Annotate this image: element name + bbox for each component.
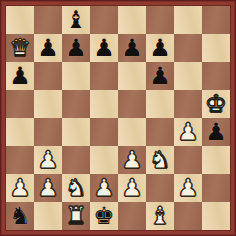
square-a2[interactable]: ♟ — [6, 174, 34, 202]
square-e2[interactable]: ♟ — [118, 174, 146, 202]
square-g8[interactable] — [174, 6, 202, 34]
piece-white-knight: ♞ — [62, 174, 90, 202]
square-d6[interactable] — [90, 62, 118, 90]
piece-black-pawn: ♟ — [146, 34, 174, 62]
square-c4[interactable] — [62, 118, 90, 146]
piece-white-pawn: ♟ — [6, 174, 34, 202]
square-d8[interactable] — [90, 6, 118, 34]
piece-white-king: ♚ — [202, 90, 230, 118]
piece-black-king: ♚ — [90, 202, 118, 230]
piece-black-pawn: ♟ — [118, 34, 146, 62]
square-f2[interactable] — [146, 174, 174, 202]
square-c8[interactable]: ♝ — [62, 6, 90, 34]
square-b4[interactable] — [34, 118, 62, 146]
square-f6[interactable]: ♟ — [146, 62, 174, 90]
piece-white-pawn: ♟ — [174, 174, 202, 202]
piece-black-pawn: ♟ — [146, 62, 174, 90]
square-b7[interactable]: ♟ — [34, 34, 62, 62]
square-a6[interactable]: ♟ — [6, 62, 34, 90]
square-a5[interactable] — [6, 90, 34, 118]
chess-board: ♝♛♟♟♟♟♟♟♟♚♟♟♟♟♞♟♟♞♟♟♟♞♜♚♝ — [6, 6, 230, 230]
square-a7[interactable]: ♛ — [6, 34, 34, 62]
square-c2[interactable]: ♞ — [62, 174, 90, 202]
square-e1[interactable] — [118, 202, 146, 230]
square-a3[interactable] — [6, 146, 34, 174]
piece-white-rook: ♜ — [62, 202, 90, 230]
square-h6[interactable] — [202, 62, 230, 90]
square-f5[interactable] — [146, 90, 174, 118]
square-h5[interactable]: ♚ — [202, 90, 230, 118]
square-d1[interactable]: ♚ — [90, 202, 118, 230]
piece-black-pawn: ♟ — [6, 62, 34, 90]
square-d5[interactable] — [90, 90, 118, 118]
piece-white-pawn: ♟ — [174, 118, 202, 146]
piece-white-pawn: ♟ — [90, 174, 118, 202]
square-d3[interactable] — [90, 146, 118, 174]
square-d4[interactable] — [90, 118, 118, 146]
square-b5[interactable] — [34, 90, 62, 118]
square-b2[interactable]: ♟ — [34, 174, 62, 202]
square-f8[interactable] — [146, 6, 174, 34]
square-b3[interactable]: ♟ — [34, 146, 62, 174]
square-c6[interactable] — [62, 62, 90, 90]
square-a1[interactable]: ♞ — [6, 202, 34, 230]
square-h1[interactable] — [202, 202, 230, 230]
piece-black-pawn: ♟ — [62, 34, 90, 62]
square-c5[interactable] — [62, 90, 90, 118]
square-a8[interactable] — [6, 6, 34, 34]
square-g2[interactable]: ♟ — [174, 174, 202, 202]
square-e5[interactable] — [118, 90, 146, 118]
square-e8[interactable] — [118, 6, 146, 34]
square-e7[interactable]: ♟ — [118, 34, 146, 62]
square-f3[interactable]: ♞ — [146, 146, 174, 174]
piece-black-knight: ♞ — [6, 202, 34, 230]
square-g7[interactable] — [174, 34, 202, 62]
piece-white-queen: ♛ — [6, 34, 34, 62]
square-g5[interactable] — [174, 90, 202, 118]
square-b1[interactable] — [34, 202, 62, 230]
square-f7[interactable]: ♟ — [146, 34, 174, 62]
square-g4[interactable]: ♟ — [174, 118, 202, 146]
square-c3[interactable] — [62, 146, 90, 174]
square-g1[interactable] — [174, 202, 202, 230]
piece-white-knight: ♞ — [146, 146, 174, 174]
piece-black-pawn: ♟ — [34, 34, 62, 62]
square-e4[interactable] — [118, 118, 146, 146]
square-c1[interactable]: ♜ — [62, 202, 90, 230]
piece-white-pawn: ♟ — [34, 146, 62, 174]
square-f4[interactable] — [146, 118, 174, 146]
square-d2[interactable]: ♟ — [90, 174, 118, 202]
square-h7[interactable] — [202, 34, 230, 62]
square-a4[interactable] — [6, 118, 34, 146]
square-f1[interactable]: ♝ — [146, 202, 174, 230]
piece-black-pawn: ♟ — [202, 118, 230, 146]
square-b6[interactable] — [34, 62, 62, 90]
square-c7[interactable]: ♟ — [62, 34, 90, 62]
square-h3[interactable] — [202, 146, 230, 174]
piece-white-pawn: ♟ — [118, 174, 146, 202]
piece-white-bishop: ♝ — [146, 202, 174, 230]
piece-white-pawn: ♟ — [118, 146, 146, 174]
square-h4[interactable]: ♟ — [202, 118, 230, 146]
chess-board-frame: ♝♛♟♟♟♟♟♟♟♚♟♟♟♟♞♟♟♞♟♟♟♞♜♚♝ — [0, 0, 236, 236]
square-b8[interactable] — [34, 6, 62, 34]
square-d7[interactable]: ♟ — [90, 34, 118, 62]
square-e3[interactable]: ♟ — [118, 146, 146, 174]
piece-black-bishop: ♝ — [62, 6, 90, 34]
piece-white-pawn: ♟ — [34, 174, 62, 202]
square-g6[interactable] — [174, 62, 202, 90]
square-g3[interactable] — [174, 146, 202, 174]
square-e6[interactable] — [118, 62, 146, 90]
square-h2[interactable] — [202, 174, 230, 202]
piece-black-pawn: ♟ — [90, 34, 118, 62]
square-h8[interactable] — [202, 6, 230, 34]
